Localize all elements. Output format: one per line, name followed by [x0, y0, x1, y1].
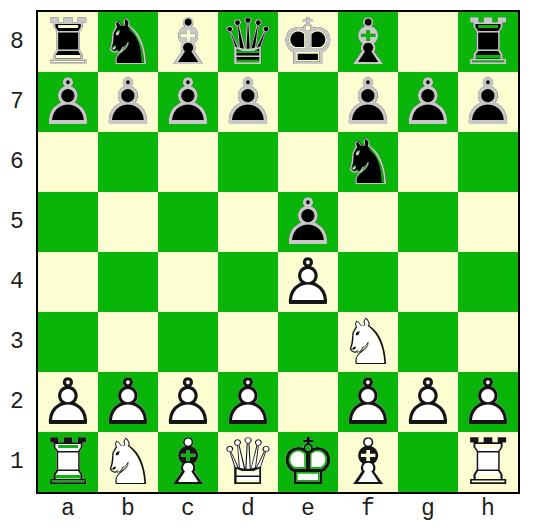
- white-pawn-g2[interactable]: ♟♙: [398, 372, 458, 432]
- black-bishop-c8[interactable]: ♝♗: [158, 12, 218, 72]
- rank-label-7: 7: [0, 72, 34, 132]
- white-knight-f3[interactable]: ♞♘: [338, 312, 398, 372]
- king-outline-glyph-icon: ♔: [278, 432, 338, 492]
- pawn-solid-glyph-icon: ♟: [158, 72, 218, 132]
- bishop-outline-glyph-icon: ♗: [158, 432, 218, 492]
- black-pawn-a7[interactable]: ♟♙: [38, 72, 98, 132]
- pawn-outline-glyph-icon: ♙: [398, 372, 458, 432]
- square-b6[interactable]: [98, 132, 158, 192]
- knight-outline-glyph-icon: ♘: [338, 132, 398, 192]
- file-labels: abcdefgh: [38, 496, 518, 522]
- square-d2[interactable]: ♟♙: [218, 372, 278, 432]
- square-a7[interactable]: ♟♙: [38, 72, 98, 132]
- square-a2[interactable]: ♟♙: [38, 372, 98, 432]
- square-h2[interactable]: ♟♙: [458, 372, 518, 432]
- rook-solid-glyph-icon: ♜: [458, 432, 518, 492]
- black-pawn-g7[interactable]: ♟♙: [398, 72, 458, 132]
- square-f7[interactable]: ♟♙: [338, 72, 398, 132]
- file-label-f: f: [338, 496, 398, 522]
- square-c6[interactable]: [158, 132, 218, 192]
- rook-outline-glyph-icon: ♖: [458, 12, 518, 72]
- black-pawn-d7[interactable]: ♟♙: [218, 72, 278, 132]
- knight-solid-glyph-icon: ♞: [98, 12, 158, 72]
- square-c3[interactable]: [158, 312, 218, 372]
- square-e2[interactable]: [278, 372, 338, 432]
- pawn-outline-glyph-icon: ♙: [278, 192, 338, 252]
- black-bishop-f8[interactable]: ♝♗: [338, 12, 398, 72]
- chess-board: ♜♖♞♘♝♗♛♕♚♔♝♗♜♖♟♙♟♙♟♙♟♙♟♙♟♙♟♙♞♘♟♙♟♙♞♘♟♙♟♙…: [36, 10, 520, 494]
- square-b5[interactable]: [98, 192, 158, 252]
- pawn-solid-glyph-icon: ♟: [278, 252, 338, 312]
- pawn-solid-glyph-icon: ♟: [98, 72, 158, 132]
- square-h1[interactable]: ♜♖: [458, 432, 518, 492]
- square-f8[interactable]: ♝♗: [338, 12, 398, 72]
- white-bishop-f1[interactable]: ♝♗: [338, 432, 398, 492]
- square-e8[interactable]: ♚♔: [278, 12, 338, 72]
- rank-label-6: 6: [0, 132, 34, 192]
- square-d6[interactable]: [218, 132, 278, 192]
- white-pawn-d2[interactable]: ♟♙: [218, 372, 278, 432]
- square-c8[interactable]: ♝♗: [158, 12, 218, 72]
- pawn-solid-glyph-icon: ♟: [338, 372, 398, 432]
- square-e7[interactable]: [278, 72, 338, 132]
- chess-app: 87654321 ♜♖♞♘♝♗♛♕♚♔♝♗♜♖♟♙♟♙♟♙♟♙♟♙♟♙♟♙♞♘♟…: [0, 0, 533, 531]
- square-d1[interactable]: ♛♕: [218, 432, 278, 492]
- pawn-solid-glyph-icon: ♟: [458, 372, 518, 432]
- square-g5[interactable]: [398, 192, 458, 252]
- square-c7[interactable]: ♟♙: [158, 72, 218, 132]
- square-c5[interactable]: [158, 192, 218, 252]
- rank-label-2: 2: [0, 372, 34, 432]
- pawn-outline-glyph-icon: ♙: [278, 252, 338, 312]
- pawn-solid-glyph-icon: ♟: [218, 372, 278, 432]
- square-a1[interactable]: ♜♖: [38, 432, 98, 492]
- pawn-outline-glyph-icon: ♙: [158, 72, 218, 132]
- square-e6[interactable]: [278, 132, 338, 192]
- white-pawn-b2[interactable]: ♟♙: [98, 372, 158, 432]
- king-solid-glyph-icon: ♚: [278, 432, 338, 492]
- rank-label-5: 5: [0, 192, 34, 252]
- rank-label-4: 4: [0, 252, 34, 312]
- bishop-outline-glyph-icon: ♗: [338, 12, 398, 72]
- pawn-solid-glyph-icon: ♟: [158, 372, 218, 432]
- bishop-solid-glyph-icon: ♝: [338, 12, 398, 72]
- black-knight-b8[interactable]: ♞♘: [98, 12, 158, 72]
- file-label-h: h: [458, 496, 518, 522]
- file-label-d: d: [218, 496, 278, 522]
- black-pawn-e5[interactable]: ♟♙: [278, 192, 338, 252]
- black-pawn-b7[interactable]: ♟♙: [98, 72, 158, 132]
- square-f3[interactable]: ♞♘: [338, 312, 398, 372]
- square-f4[interactable]: [338, 252, 398, 312]
- black-knight-f6[interactable]: ♞♘: [338, 132, 398, 192]
- king-outline-glyph-icon: ♔: [278, 12, 338, 72]
- queen-solid-glyph-icon: ♛: [218, 12, 278, 72]
- black-pawn-h7[interactable]: ♟♙: [458, 72, 518, 132]
- king-solid-glyph-icon: ♚: [278, 12, 338, 72]
- pawn-outline-glyph-icon: ♙: [218, 72, 278, 132]
- queen-solid-glyph-icon: ♛: [218, 432, 278, 492]
- square-h3[interactable]: [458, 312, 518, 372]
- square-d8[interactable]: ♛♕: [218, 12, 278, 72]
- white-pawn-a2[interactable]: ♟♙: [38, 372, 98, 432]
- file-label-e: e: [278, 496, 338, 522]
- square-b8[interactable]: ♞♘: [98, 12, 158, 72]
- square-e4[interactable]: ♟♙: [278, 252, 338, 312]
- white-bishop-c1[interactable]: ♝♗: [158, 432, 218, 492]
- rook-solid-glyph-icon: ♜: [458, 12, 518, 72]
- rook-outline-glyph-icon: ♖: [38, 12, 98, 72]
- bishop-outline-glyph-icon: ♗: [158, 12, 218, 72]
- pawn-solid-glyph-icon: ♟: [458, 72, 518, 132]
- square-e1[interactable]: ♚♔: [278, 432, 338, 492]
- square-d5[interactable]: [218, 192, 278, 252]
- square-c2[interactable]: ♟♙: [158, 372, 218, 432]
- black-rook-h8[interactable]: ♜♖: [458, 12, 518, 72]
- square-c4[interactable]: [158, 252, 218, 312]
- file-label-c: c: [158, 496, 218, 522]
- square-h5[interactable]: [458, 192, 518, 252]
- white-knight-b1[interactable]: ♞♘: [98, 432, 158, 492]
- square-b4[interactable]: [98, 252, 158, 312]
- square-d3[interactable]: [218, 312, 278, 372]
- square-e3[interactable]: [278, 312, 338, 372]
- file-label-a: a: [38, 496, 98, 522]
- square-g1[interactable]: [398, 432, 458, 492]
- square-c1[interactable]: ♝♗: [158, 432, 218, 492]
- pawn-outline-glyph-icon: ♙: [38, 72, 98, 132]
- pawn-solid-glyph-icon: ♟: [398, 72, 458, 132]
- rook-solid-glyph-icon: ♜: [38, 12, 98, 72]
- square-f5[interactable]: [338, 192, 398, 252]
- bishop-solid-glyph-icon: ♝: [158, 12, 218, 72]
- square-g3[interactable]: [398, 312, 458, 372]
- pawn-outline-glyph-icon: ♙: [458, 72, 518, 132]
- square-h8[interactable]: ♜♖: [458, 12, 518, 72]
- queen-outline-glyph-icon: ♕: [218, 12, 278, 72]
- bishop-solid-glyph-icon: ♝: [338, 432, 398, 492]
- square-a5[interactable]: [38, 192, 98, 252]
- white-rook-a1[interactable]: ♜♖: [38, 432, 98, 492]
- square-a8[interactable]: ♜♖: [38, 12, 98, 72]
- white-pawn-e4[interactable]: ♟♙: [278, 252, 338, 312]
- file-label-b: b: [98, 496, 158, 522]
- pawn-outline-glyph-icon: ♙: [458, 372, 518, 432]
- knight-outline-glyph-icon: ♘: [98, 432, 158, 492]
- pawn-solid-glyph-icon: ♟: [398, 372, 458, 432]
- rank-label-3: 3: [0, 312, 34, 372]
- knight-solid-glyph-icon: ♞: [338, 312, 398, 372]
- rank-labels: 87654321: [0, 12, 34, 492]
- pawn-outline-glyph-icon: ♙: [38, 372, 98, 432]
- pawn-outline-glyph-icon: ♙: [338, 372, 398, 432]
- pawn-solid-glyph-icon: ♟: [278, 192, 338, 252]
- knight-outline-glyph-icon: ♘: [338, 312, 398, 372]
- pawn-solid-glyph-icon: ♟: [98, 372, 158, 432]
- pawn-outline-glyph-icon: ♙: [98, 72, 158, 132]
- pawn-outline-glyph-icon: ♙: [338, 72, 398, 132]
- pawn-outline-glyph-icon: ♙: [98, 372, 158, 432]
- file-label-g: g: [398, 496, 458, 522]
- square-h4[interactable]: [458, 252, 518, 312]
- pawn-solid-glyph-icon: ♟: [218, 72, 278, 132]
- square-b3[interactable]: [98, 312, 158, 372]
- knight-outline-glyph-icon: ♘: [98, 12, 158, 72]
- white-rook-h1[interactable]: ♜♖: [458, 432, 518, 492]
- square-b7[interactable]: ♟♙: [98, 72, 158, 132]
- white-pawn-h2[interactable]: ♟♙: [458, 372, 518, 432]
- square-h7[interactable]: ♟♙: [458, 72, 518, 132]
- pawn-outline-glyph-icon: ♙: [398, 72, 458, 132]
- square-g6[interactable]: [398, 132, 458, 192]
- pawn-solid-glyph-icon: ♟: [338, 72, 398, 132]
- black-rook-a8[interactable]: ♜♖: [38, 12, 98, 72]
- square-g2[interactable]: ♟♙: [398, 372, 458, 432]
- pawn-outline-glyph-icon: ♙: [158, 372, 218, 432]
- bishop-solid-glyph-icon: ♝: [158, 432, 218, 492]
- square-b2[interactable]: ♟♙: [98, 372, 158, 432]
- black-pawn-f7[interactable]: ♟♙: [338, 72, 398, 132]
- square-d7[interactable]: ♟♙: [218, 72, 278, 132]
- square-g4[interactable]: [398, 252, 458, 312]
- pawn-solid-glyph-icon: ♟: [38, 372, 98, 432]
- pawn-outline-glyph-icon: ♙: [218, 372, 278, 432]
- square-f1[interactable]: ♝♗: [338, 432, 398, 492]
- white-pawn-c2[interactable]: ♟♙: [158, 372, 218, 432]
- square-e5[interactable]: ♟♙: [278, 192, 338, 252]
- black-queen-d8[interactable]: ♛♕: [218, 12, 278, 72]
- white-pawn-f2[interactable]: ♟♙: [338, 372, 398, 432]
- square-h6[interactable]: [458, 132, 518, 192]
- rook-outline-glyph-icon: ♖: [458, 432, 518, 492]
- black-king-e8[interactable]: ♚♔: [278, 12, 338, 72]
- rank-label-8: 8: [0, 12, 34, 72]
- black-pawn-c7[interactable]: ♟♙: [158, 72, 218, 132]
- square-f6[interactable]: ♞♘: [338, 132, 398, 192]
- queen-outline-glyph-icon: ♕: [218, 432, 278, 492]
- square-a3[interactable]: [38, 312, 98, 372]
- square-g7[interactable]: ♟♙: [398, 72, 458, 132]
- pawn-solid-glyph-icon: ♟: [38, 72, 98, 132]
- knight-solid-glyph-icon: ♞: [338, 132, 398, 192]
- square-g8[interactable]: [398, 12, 458, 72]
- white-king-e1[interactable]: ♚♔: [278, 432, 338, 492]
- white-queen-d1[interactable]: ♛♕: [218, 432, 278, 492]
- knight-solid-glyph-icon: ♞: [98, 432, 158, 492]
- square-d4[interactable]: [218, 252, 278, 312]
- rook-solid-glyph-icon: ♜: [38, 432, 98, 492]
- square-f2[interactable]: ♟♙: [338, 372, 398, 432]
- square-a6[interactable]: [38, 132, 98, 192]
- rank-label-1: 1: [0, 432, 34, 492]
- square-a4[interactable]: [38, 252, 98, 312]
- square-b1[interactable]: ♞♘: [98, 432, 158, 492]
- rook-outline-glyph-icon: ♖: [38, 432, 98, 492]
- bishop-outline-glyph-icon: ♗: [338, 432, 398, 492]
